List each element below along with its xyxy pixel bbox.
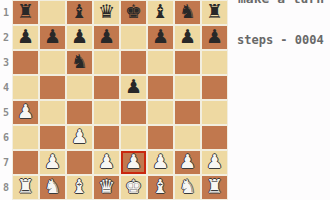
square-g5[interactable] (174, 100, 201, 125)
square-f1[interactable]: ♝ (147, 0, 174, 25)
white-pawn-piece: ♟ (179, 152, 196, 171)
square-d1[interactable]: ♛ (93, 0, 120, 25)
black-pawn-piece: ♟ (44, 27, 61, 46)
white-queen-piece: ♛ (98, 177, 115, 196)
white-pawn-piece: ♟ (17, 102, 34, 121)
white-pawn-piece: ♟ (206, 152, 223, 171)
white-pawn-piece: ♟ (44, 152, 61, 171)
square-a7[interactable] (12, 150, 39, 175)
square-f4[interactable] (147, 75, 174, 100)
square-e8[interactable]: ♚ (120, 175, 147, 200)
side-panel: make a turn steps - 0004 (228, 0, 330, 200)
white-pawn-piece: ♟ (125, 152, 142, 171)
square-b3[interactable] (39, 50, 66, 75)
square-e2[interactable] (120, 25, 147, 50)
square-b4[interactable] (39, 75, 66, 100)
square-c8[interactable]: ♝ (66, 175, 93, 200)
square-a5[interactable]: ♟ (12, 100, 39, 125)
black-pawn-piece: ♟ (71, 27, 88, 46)
square-c3[interactable]: ♞ (66, 50, 93, 75)
square-g6[interactable] (174, 125, 201, 150)
square-c5[interactable] (66, 100, 93, 125)
black-pawn-piece: ♟ (125, 77, 142, 96)
square-b8[interactable]: ♞ (39, 175, 66, 200)
square-c1[interactable]: ♝ (66, 0, 93, 25)
square-d4[interactable] (93, 75, 120, 100)
rank-label-4: 4 (0, 75, 12, 100)
square-a4[interactable] (12, 75, 39, 100)
rank-label-6: 6 (0, 125, 12, 150)
white-pawn-piece: ♟ (152, 152, 169, 171)
white-rook-piece: ♜ (206, 177, 223, 196)
square-a6[interactable] (12, 125, 39, 150)
square-h3[interactable] (201, 50, 228, 75)
square-d5[interactable] (93, 100, 120, 125)
rank-label-7: 7 (0, 150, 12, 175)
square-h5[interactable] (201, 100, 228, 125)
square-g8[interactable]: ♞ (174, 175, 201, 200)
square-d6[interactable] (93, 125, 120, 150)
black-king-piece: ♚ (125, 2, 142, 21)
black-rook-piece: ♜ (17, 2, 34, 21)
square-h6[interactable] (201, 125, 228, 150)
square-h2[interactable]: ♟ (201, 25, 228, 50)
square-b7[interactable]: ♟ (39, 150, 66, 175)
rank-label-2: 2 (0, 25, 12, 50)
chess-board: ♜♝♛♚♝♞♜♟♟♟♟♟♟♟♞♟♟♟♟♟♟♟♟♟♜♞♝♛♚♝♞♜ (12, 0, 228, 200)
square-f2[interactable]: ♟ (147, 25, 174, 50)
square-h4[interactable] (201, 75, 228, 100)
black-pawn-piece: ♟ (17, 27, 34, 46)
white-pawn-piece: ♟ (98, 152, 115, 171)
square-b1[interactable] (39, 0, 66, 25)
black-knight-piece: ♞ (71, 52, 88, 71)
square-a2[interactable]: ♟ (12, 25, 39, 50)
black-bishop-piece: ♝ (152, 2, 169, 21)
square-b5[interactable] (39, 100, 66, 125)
white-knight-piece: ♞ (179, 177, 196, 196)
square-h7[interactable]: ♟ (201, 150, 228, 175)
white-knight-piece: ♞ (44, 177, 61, 196)
white-rook-piece: ♜ (17, 177, 34, 196)
square-g4[interactable] (174, 75, 201, 100)
white-bishop-piece: ♝ (71, 177, 88, 196)
square-a8[interactable]: ♜ (12, 175, 39, 200)
square-a3[interactable] (12, 50, 39, 75)
square-c4[interactable] (66, 75, 93, 100)
black-pawn-piece: ♟ (98, 27, 115, 46)
status-text: make a turn (238, 0, 324, 6)
square-f3[interactable] (147, 50, 174, 75)
rank-label-1: 1 (0, 0, 12, 25)
square-g1[interactable]: ♞ (174, 0, 201, 25)
rank-label-5: 5 (0, 100, 12, 125)
black-rook-piece: ♜ (206, 2, 223, 21)
square-c7[interactable] (66, 150, 93, 175)
rank-label-3: 3 (0, 50, 12, 75)
square-b6[interactable] (39, 125, 66, 150)
black-knight-piece: ♞ (179, 2, 196, 21)
square-d3[interactable] (93, 50, 120, 75)
square-g3[interactable] (174, 50, 201, 75)
square-c6[interactable]: ♟ (66, 125, 93, 150)
square-f5[interactable] (147, 100, 174, 125)
square-f7[interactable]: ♟ (147, 150, 174, 175)
square-c2[interactable]: ♟ (66, 25, 93, 50)
square-d2[interactable]: ♟ (93, 25, 120, 50)
black-pawn-piece: ♟ (179, 27, 196, 46)
black-bishop-piece: ♝ (71, 2, 88, 21)
black-queen-piece: ♛ (98, 2, 115, 21)
square-e1[interactable]: ♚ (120, 0, 147, 25)
rank-label-column: 12345678 (0, 0, 12, 200)
square-d7[interactable]: ♟ (93, 150, 120, 175)
square-f6[interactable] (147, 125, 174, 150)
square-e5[interactable] (120, 100, 147, 125)
square-h1[interactable]: ♜ (201, 0, 228, 25)
square-e3[interactable] (120, 50, 147, 75)
square-e7[interactable]: ♟ (120, 150, 147, 175)
white-king-piece: ♚ (125, 177, 142, 196)
white-pawn-piece: ♟ (71, 127, 88, 146)
square-e6[interactable] (120, 125, 147, 150)
black-pawn-piece: ♟ (206, 27, 223, 46)
square-g2[interactable]: ♟ (174, 25, 201, 50)
white-bishop-piece: ♝ (152, 177, 169, 196)
square-g7[interactable]: ♟ (174, 150, 201, 175)
steps-counter: steps - 0004 (237, 33, 324, 47)
square-h8[interactable]: ♜ (201, 175, 228, 200)
square-b2[interactable]: ♟ (39, 25, 66, 50)
square-e4[interactable]: ♟ (120, 75, 147, 100)
black-pawn-piece: ♟ (152, 27, 169, 46)
square-d8[interactable]: ♛ (93, 175, 120, 200)
square-f8[interactable]: ♝ (147, 175, 174, 200)
rank-label-8: 8 (0, 175, 12, 200)
square-a1[interactable]: ♜ (12, 0, 39, 25)
